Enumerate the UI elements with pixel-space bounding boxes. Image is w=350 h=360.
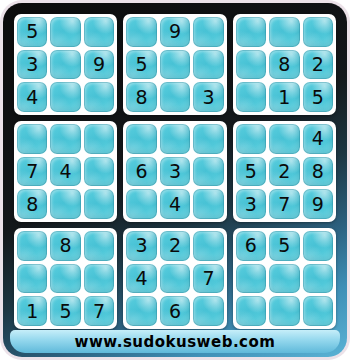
sudoku-grid: 539495838215748634452837981573247665 bbox=[14, 14, 336, 329]
cell-r8c4[interactable]: 4 bbox=[126, 264, 156, 294]
cell-r1c6[interactable] bbox=[193, 17, 223, 47]
cell-r8c7[interactable] bbox=[236, 264, 266, 294]
cell-r3c4[interactable]: 8 bbox=[126, 82, 156, 112]
cell-r1c8[interactable] bbox=[269, 17, 299, 47]
cell-r1c3[interactable] bbox=[84, 17, 114, 47]
box-2-1: 748 bbox=[14, 121, 117, 222]
cell-r1c2[interactable] bbox=[50, 17, 80, 47]
cell-r8c2[interactable] bbox=[50, 264, 80, 294]
cell-r7c2[interactable]: 8 bbox=[50, 231, 80, 261]
cell-r8c9[interactable] bbox=[303, 264, 333, 294]
cell-r8c3[interactable] bbox=[84, 264, 114, 294]
cell-r9c4[interactable] bbox=[126, 296, 156, 326]
cell-r7c4[interactable]: 3 bbox=[126, 231, 156, 261]
cell-r7c8[interactable]: 5 bbox=[269, 231, 299, 261]
cell-r5c2[interactable]: 4 bbox=[50, 157, 80, 187]
cell-r2c8[interactable]: 8 bbox=[269, 50, 299, 80]
cell-r6c1[interactable]: 8 bbox=[17, 189, 47, 219]
box-2-2: 634 bbox=[123, 121, 226, 222]
cell-r6c8[interactable]: 7 bbox=[269, 189, 299, 219]
cell-r4c3[interactable] bbox=[84, 124, 114, 154]
cell-r9c8[interactable] bbox=[269, 296, 299, 326]
cell-r3c5[interactable] bbox=[160, 82, 190, 112]
cell-r9c9[interactable] bbox=[303, 296, 333, 326]
cell-r9c7[interactable] bbox=[236, 296, 266, 326]
cell-r1c5[interactable]: 9 bbox=[160, 17, 190, 47]
cell-r6c2[interactable] bbox=[50, 189, 80, 219]
box-1-1: 5394 bbox=[14, 14, 117, 115]
cell-r4c7[interactable] bbox=[236, 124, 266, 154]
cell-r5c8[interactable]: 2 bbox=[269, 157, 299, 187]
cell-r6c9[interactable]: 9 bbox=[303, 189, 333, 219]
cell-r8c8[interactable] bbox=[269, 264, 299, 294]
cell-r3c7[interactable] bbox=[236, 82, 266, 112]
cell-r5c1[interactable]: 7 bbox=[17, 157, 47, 187]
cell-r6c7[interactable]: 3 bbox=[236, 189, 266, 219]
cell-r4c6[interactable] bbox=[193, 124, 223, 154]
cell-r4c2[interactable] bbox=[50, 124, 80, 154]
cell-r5c5[interactable]: 3 bbox=[160, 157, 190, 187]
box-2-3: 4528379 bbox=[233, 121, 336, 222]
cell-r2c3[interactable]: 9 bbox=[84, 50, 114, 80]
cell-r3c9[interactable]: 5 bbox=[303, 82, 333, 112]
cell-r3c8[interactable]: 1 bbox=[269, 82, 299, 112]
cell-r4c8[interactable] bbox=[269, 124, 299, 154]
cell-r2c5[interactable] bbox=[160, 50, 190, 80]
cell-r5c7[interactable]: 5 bbox=[236, 157, 266, 187]
cell-r3c6[interactable]: 3 bbox=[193, 82, 223, 112]
cell-r7c9[interactable] bbox=[303, 231, 333, 261]
cell-r3c1[interactable]: 4 bbox=[17, 82, 47, 112]
box-3-2: 32476 bbox=[123, 228, 226, 329]
cell-r6c4[interactable] bbox=[126, 189, 156, 219]
cell-r6c6[interactable] bbox=[193, 189, 223, 219]
cell-r8c1[interactable] bbox=[17, 264, 47, 294]
footer-link[interactable]: www.sudokusweb.com bbox=[10, 330, 340, 353]
cell-r1c1[interactable]: 5 bbox=[17, 17, 47, 47]
cell-r2c6[interactable] bbox=[193, 50, 223, 80]
cell-r5c3[interactable] bbox=[84, 157, 114, 187]
cell-r7c7[interactable]: 6 bbox=[236, 231, 266, 261]
cell-r4c9[interactable]: 4 bbox=[303, 124, 333, 154]
cell-r2c9[interactable]: 2 bbox=[303, 50, 333, 80]
cell-r9c6[interactable] bbox=[193, 296, 223, 326]
cell-r8c6[interactable]: 7 bbox=[193, 264, 223, 294]
cell-r5c9[interactable]: 8 bbox=[303, 157, 333, 187]
cell-r9c1[interactable]: 1 bbox=[17, 296, 47, 326]
cell-r5c6[interactable] bbox=[193, 157, 223, 187]
cell-r4c5[interactable] bbox=[160, 124, 190, 154]
cell-r1c7[interactable] bbox=[236, 17, 266, 47]
cell-r9c5[interactable]: 6 bbox=[160, 296, 190, 326]
cell-r2c4[interactable]: 5 bbox=[126, 50, 156, 80]
cell-r6c3[interactable] bbox=[84, 189, 114, 219]
box-3-1: 8157 bbox=[14, 228, 117, 329]
cell-r4c4[interactable] bbox=[126, 124, 156, 154]
cell-r3c2[interactable] bbox=[50, 82, 80, 112]
cell-r2c1[interactable]: 3 bbox=[17, 50, 47, 80]
cell-r9c3[interactable]: 7 bbox=[84, 296, 114, 326]
cell-r6c5[interactable]: 4 bbox=[160, 189, 190, 219]
cell-r8c5[interactable] bbox=[160, 264, 190, 294]
cell-r3c3[interactable] bbox=[84, 82, 114, 112]
box-3-3: 65 bbox=[233, 228, 336, 329]
cell-r7c5[interactable]: 2 bbox=[160, 231, 190, 261]
cell-r7c3[interactable] bbox=[84, 231, 114, 261]
sudoku-board: 539495838215748634452837981573247665 www… bbox=[0, 0, 350, 360]
cell-r2c7[interactable] bbox=[236, 50, 266, 80]
box-1-2: 9583 bbox=[123, 14, 226, 115]
cell-r4c1[interactable] bbox=[17, 124, 47, 154]
cell-r2c2[interactable] bbox=[50, 50, 80, 80]
board-frame: 539495838215748634452837981573247665 www… bbox=[3, 3, 347, 357]
cell-r1c4[interactable] bbox=[126, 17, 156, 47]
box-1-3: 8215 bbox=[233, 14, 336, 115]
cell-r5c4[interactable]: 6 bbox=[126, 157, 156, 187]
cell-r7c1[interactable] bbox=[17, 231, 47, 261]
cell-r1c9[interactable] bbox=[303, 17, 333, 47]
cell-r9c2[interactable]: 5 bbox=[50, 296, 80, 326]
cell-r7c6[interactable] bbox=[193, 231, 223, 261]
